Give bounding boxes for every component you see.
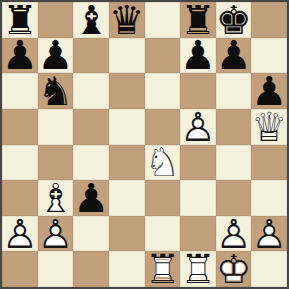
black-rook[interactable]: ♜ <box>180 2 216 38</box>
black-pawn[interactable]: ♟ <box>180 38 216 74</box>
square-c1[interactable] <box>73 251 109 287</box>
black-knight-icon: ♞ <box>38 73 74 109</box>
square-d4[interactable] <box>109 145 145 181</box>
square-b4[interactable] <box>38 145 74 181</box>
white-knight-icon: ♞ <box>145 145 181 181</box>
white-king[interactable]: ♚♔ <box>216 251 252 287</box>
square-c4[interactable] <box>73 145 109 181</box>
square-f2[interactable] <box>180 216 216 252</box>
square-f3[interactable] <box>180 180 216 216</box>
square-b3[interactable]: ♝♗ <box>38 180 74 216</box>
black-pawn-icon: ♟ <box>180 38 216 74</box>
square-g8[interactable]: ♚ <box>216 2 252 38</box>
square-b2[interactable]: ♟♙ <box>38 216 74 252</box>
black-rook-icon: ♜ <box>2 2 38 38</box>
square-d6[interactable] <box>109 73 145 109</box>
white-pawn[interactable]: ♟♙ <box>2 216 38 252</box>
square-e3[interactable] <box>145 180 181 216</box>
square-b1[interactable] <box>38 251 74 287</box>
square-g4[interactable] <box>216 145 252 181</box>
square-f4[interactable] <box>180 145 216 181</box>
black-queen-icon: ♛ <box>109 2 145 38</box>
square-a3[interactable] <box>2 180 38 216</box>
square-c5[interactable] <box>73 109 109 145</box>
white-rook-outline-icon: ♖ <box>145 251 181 287</box>
square-a1[interactable] <box>2 251 38 287</box>
square-h2[interactable]: ♟♙ <box>251 216 287 252</box>
square-f8[interactable]: ♜ <box>180 2 216 38</box>
square-g2[interactable]: ♟♙ <box>216 216 252 252</box>
square-e2[interactable] <box>145 216 181 252</box>
white-pawn[interactable]: ♟♙ <box>251 216 287 252</box>
square-e8[interactable] <box>145 2 181 38</box>
white-rook[interactable]: ♜♖ <box>180 251 216 287</box>
square-e4[interactable]: ♞♘ <box>145 145 181 181</box>
white-pawn-outline-icon: ♙ <box>251 216 287 252</box>
square-f5[interactable]: ♟♙ <box>180 109 216 145</box>
square-f6[interactable] <box>180 73 216 109</box>
black-king-icon: ♚ <box>216 2 252 38</box>
square-d8[interactable]: ♛ <box>109 2 145 38</box>
black-pawn[interactable]: ♟ <box>38 38 74 74</box>
square-h7[interactable] <box>251 38 287 74</box>
square-d1[interactable] <box>109 251 145 287</box>
white-bishop-outline-icon: ♗ <box>38 180 74 216</box>
white-bishop[interactable]: ♝♗ <box>38 180 74 216</box>
black-pawn-icon: ♟ <box>216 38 252 74</box>
square-b7[interactable]: ♟ <box>38 38 74 74</box>
white-rook-icon: ♜ <box>180 251 216 287</box>
square-f1[interactable]: ♜♖ <box>180 251 216 287</box>
white-pawn-icon: ♟ <box>216 216 252 252</box>
white-pawn[interactable]: ♟♙ <box>38 216 74 252</box>
square-e6[interactable] <box>145 73 181 109</box>
square-b8[interactable] <box>38 2 74 38</box>
square-g6[interactable] <box>216 73 252 109</box>
white-rook-outline-icon: ♖ <box>180 251 216 287</box>
white-rook[interactable]: ♜♖ <box>145 251 181 287</box>
square-h8[interactable] <box>251 2 287 38</box>
black-pawn[interactable]: ♟ <box>2 38 38 74</box>
square-d2[interactable] <box>109 216 145 252</box>
square-c3[interactable]: ♟ <box>73 180 109 216</box>
white-queen[interactable]: ♛♕ <box>251 109 287 145</box>
square-d7[interactable] <box>109 38 145 74</box>
square-b6[interactable]: ♞ <box>38 73 74 109</box>
white-pawn-outline-icon: ♙ <box>180 109 216 145</box>
square-h5[interactable]: ♛♕ <box>251 109 287 145</box>
square-g3[interactable] <box>216 180 252 216</box>
white-knight[interactable]: ♞♘ <box>145 145 181 181</box>
white-pawn[interactable]: ♟♙ <box>216 216 252 252</box>
black-pawn-icon: ♟ <box>38 38 74 74</box>
square-a4[interactable] <box>2 145 38 181</box>
black-pawn[interactable]: ♟ <box>251 73 287 109</box>
square-c6[interactable] <box>73 73 109 109</box>
white-rook-icon: ♜ <box>145 251 181 287</box>
white-king-outline-icon: ♔ <box>216 251 252 287</box>
black-rook-icon: ♜ <box>180 2 216 38</box>
white-pawn-outline-icon: ♙ <box>38 216 74 252</box>
square-h1[interactable] <box>251 251 287 287</box>
square-g5[interactable] <box>216 109 252 145</box>
square-a5[interactable] <box>2 109 38 145</box>
square-d3[interactable] <box>109 180 145 216</box>
square-c2[interactable] <box>73 216 109 252</box>
white-queen-icon: ♛ <box>251 109 287 145</box>
square-h3[interactable] <box>251 180 287 216</box>
square-h6[interactable]: ♟ <box>251 73 287 109</box>
white-king-icon: ♚ <box>216 251 252 287</box>
black-pawn[interactable]: ♟ <box>216 38 252 74</box>
square-e7[interactable] <box>145 38 181 74</box>
chess-board: ♜♝♛♜♚♟♟♟♟♞♟♟♙♛♕♞♘♝♗♟♟♙♟♙♟♙♟♙♜♖♜♖♚♔ <box>0 0 289 289</box>
white-knight-outline-icon: ♘ <box>145 145 181 181</box>
white-pawn-icon: ♟ <box>38 216 74 252</box>
black-pawn[interactable]: ♟ <box>73 180 109 216</box>
black-bishop-icon: ♝ <box>73 2 109 38</box>
square-g1[interactable]: ♚♔ <box>216 251 252 287</box>
black-pawn-icon: ♟ <box>2 38 38 74</box>
white-pawn-icon: ♟ <box>180 109 216 145</box>
black-knight[interactable]: ♞ <box>38 73 74 109</box>
white-queen-outline-icon: ♕ <box>251 109 287 145</box>
square-a7[interactable]: ♟ <box>2 38 38 74</box>
white-bishop-icon: ♝ <box>38 180 74 216</box>
black-king[interactable]: ♚ <box>216 2 252 38</box>
square-b5[interactable] <box>38 109 74 145</box>
black-bishop[interactable]: ♝ <box>73 2 109 38</box>
white-pawn[interactable]: ♟♙ <box>180 109 216 145</box>
square-e1[interactable]: ♜♖ <box>145 251 181 287</box>
black-pawn-icon: ♟ <box>251 73 287 109</box>
white-pawn-outline-icon: ♙ <box>216 216 252 252</box>
square-c8[interactable]: ♝ <box>73 2 109 38</box>
black-queen[interactable]: ♛ <box>109 2 145 38</box>
square-e5[interactable] <box>145 109 181 145</box>
black-pawn-icon: ♟ <box>73 180 109 216</box>
white-pawn-icon: ♟ <box>251 216 287 252</box>
square-c7[interactable] <box>73 38 109 74</box>
square-f7[interactable]: ♟ <box>180 38 216 74</box>
white-pawn-icon: ♟ <box>2 216 38 252</box>
square-h4[interactable] <box>251 145 287 181</box>
black-rook[interactable]: ♜ <box>2 2 38 38</box>
square-g7[interactable]: ♟ <box>216 38 252 74</box>
white-pawn-outline-icon: ♙ <box>2 216 38 252</box>
square-a8[interactable]: ♜ <box>2 2 38 38</box>
square-a6[interactable] <box>2 73 38 109</box>
square-a2[interactable]: ♟♙ <box>2 216 38 252</box>
square-d5[interactable] <box>109 109 145 145</box>
